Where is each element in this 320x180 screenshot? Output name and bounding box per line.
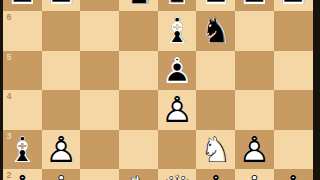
piece-black-pawn-g7[interactable]: ♟♙ <box>235 0 274 11</box>
square-f6[interactable]: ♞♘ <box>196 11 235 51</box>
square-g6[interactable] <box>235 11 274 51</box>
black-knight-outline: ♘ <box>119 0 158 11</box>
black-bishop-outline: ♗ <box>158 11 197 51</box>
white-pawn-outline: ♙ <box>235 130 274 170</box>
black-pawn-outline: ♙ <box>158 51 197 91</box>
rank-label-3: 3 <box>7 132 12 141</box>
piece-black-knight-f6[interactable]: ♞♘ <box>196 11 235 51</box>
piece-white-bishop-g2[interactable]: ♝♗ <box>235 169 274 180</box>
square-a7[interactable]: ♟♙ <box>3 0 42 11</box>
piece-white-pawn-g3[interactable]: ♟♙ <box>235 130 274 170</box>
square-f3[interactable]: ♞♘ <box>196 130 235 170</box>
piece-black-pawn-e5[interactable]: ♟♙ <box>158 51 197 91</box>
square-g5[interactable] <box>235 51 274 91</box>
black-pawn-outline: ♙ <box>274 0 313 11</box>
white-queen-outline: ♕ <box>158 169 197 180</box>
piece-white-knight-d2[interactable]: ♞♘ <box>119 169 158 180</box>
black-pawn-outline: ♙ <box>3 0 42 11</box>
square-d6[interactable] <box>119 11 158 51</box>
square-b2[interactable]: ♝♗ <box>42 169 81 180</box>
white-bishop-outline: ♗ <box>42 169 81 180</box>
square-d7[interactable]: ♞♘ <box>119 0 158 11</box>
square-c5[interactable] <box>80 51 119 91</box>
square-f2[interactable]: ♟♙ <box>196 169 235 180</box>
square-f4[interactable] <box>196 90 235 130</box>
square-g3[interactable]: ♟♙ <box>235 130 274 170</box>
square-b3[interactable]: ♟♙ <box>42 130 81 170</box>
square-c4[interactable] <box>80 90 119 130</box>
white-knight-outline: ♘ <box>119 169 158 180</box>
piece-black-knight-d7[interactable]: ♞♘ <box>119 0 158 11</box>
square-f5[interactable] <box>196 51 235 91</box>
square-e6[interactable]: ♝♗ <box>158 11 197 51</box>
square-e3[interactable] <box>158 130 197 170</box>
square-d3[interactable] <box>119 130 158 170</box>
square-d4[interactable] <box>119 90 158 130</box>
square-h7[interactable]: ♟♙ <box>274 0 313 11</box>
square-e2[interactable]: ♛♕ <box>158 169 197 180</box>
piece-white-pawn-b3[interactable]: ♟♙ <box>42 130 81 170</box>
square-h6[interactable] <box>274 11 313 51</box>
piece-black-bishop-e6[interactable]: ♝♗ <box>158 11 197 51</box>
chess-board: ♟♙♟♙♞♘♚♔♟♙♟♙♟♙♝♗♞♘♟♙♟♙♝♗♟♙♞♘♟♙♟♙♝♗♞♘♛♕♟♙… <box>3 0 313 180</box>
rank-label-5: 5 <box>7 53 12 62</box>
piece-white-pawn-e4[interactable]: ♟♙ <box>158 90 197 130</box>
piece-black-pawn-b7[interactable]: ♟♙ <box>42 0 81 11</box>
piece-white-pawn-f2[interactable]: ♟♙ <box>196 169 235 180</box>
square-d2[interactable]: ♞♘ <box>119 169 158 180</box>
black-pawn-outline: ♙ <box>42 0 81 11</box>
rank-label-2: 2 <box>7 171 12 180</box>
square-c7[interactable] <box>80 0 119 11</box>
square-d5[interactable] <box>119 51 158 91</box>
square-b7[interactable]: ♟♙ <box>42 0 81 11</box>
square-b4[interactable] <box>42 90 81 130</box>
white-pawn-outline: ♙ <box>196 169 235 180</box>
piece-black-pawn-h7[interactable]: ♟♙ <box>274 0 313 11</box>
square-c2[interactable] <box>80 169 119 180</box>
square-c6[interactable] <box>80 11 119 51</box>
square-g2[interactable]: ♝♗ <box>235 169 274 180</box>
white-knight-outline: ♘ <box>196 130 235 170</box>
white-bishop-outline: ♗ <box>235 169 274 180</box>
black-pawn-outline: ♙ <box>235 0 274 11</box>
square-h4[interactable] <box>274 90 313 130</box>
rank-label-6: 6 <box>7 13 12 22</box>
square-g4[interactable] <box>235 90 274 130</box>
white-pawn-outline: ♙ <box>274 169 313 180</box>
piece-white-queen-e2[interactable]: ♛♕ <box>158 169 197 180</box>
square-e4[interactable]: ♟♙ <box>158 90 197 130</box>
black-knight-outline: ♘ <box>196 11 235 51</box>
square-b6[interactable] <box>42 11 81 51</box>
square-e5[interactable]: ♟♙ <box>158 51 197 91</box>
white-pawn-outline: ♙ <box>158 90 197 130</box>
white-pawn-outline: ♙ <box>42 130 81 170</box>
square-h3[interactable] <box>274 130 313 170</box>
piece-white-pawn-h2[interactable]: ♟♙ <box>274 169 313 180</box>
piece-black-pawn-a7[interactable]: ♟♙ <box>3 0 42 11</box>
square-h2[interactable]: ♟♙ <box>274 169 313 180</box>
square-g7[interactable]: ♟♙ <box>235 0 274 11</box>
piece-white-knight-f3[interactable]: ♞♘ <box>196 130 235 170</box>
rank-label-4: 4 <box>7 92 12 101</box>
square-b5[interactable] <box>42 51 81 91</box>
square-h5[interactable] <box>274 51 313 91</box>
piece-white-bishop-b2[interactable]: ♝♗ <box>42 169 81 180</box>
chess-app-viewport: ♟♙♟♙♞♘♚♔♟♙♟♙♟♙♝♗♞♘♟♙♟♙♝♗♟♙♞♘♟♙♟♙♝♗♞♘♛♕♟♙… <box>0 0 320 180</box>
square-c3[interactable] <box>80 130 119 170</box>
